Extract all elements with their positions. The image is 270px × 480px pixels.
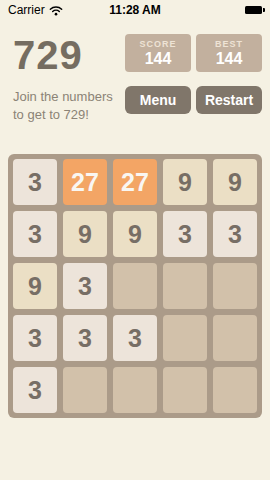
empty-cell — [213, 367, 257, 413]
tile-9: 9 — [13, 263, 57, 309]
menu-button[interactable]: Menu — [125, 86, 191, 114]
empty-cell — [213, 315, 257, 361]
tile-9: 9 — [163, 159, 207, 205]
empty-cell — [163, 263, 207, 309]
empty-cell — [63, 367, 107, 413]
empty-cell — [163, 367, 207, 413]
score-label: SCORE — [139, 39, 176, 49]
battery-icon — [245, 6, 262, 14]
tile-3: 3 — [63, 263, 107, 309]
subtitle: Join the numbers to get to 729! — [13, 88, 125, 124]
wifi-icon — [49, 5, 63, 16]
carrier-label: Carrier — [8, 3, 45, 17]
tile-9: 9 — [213, 159, 257, 205]
score-value: 144 — [145, 50, 172, 68]
tile-3: 3 — [13, 367, 57, 413]
tile-3: 3 — [63, 315, 107, 361]
restart-button[interactable]: Restart — [196, 86, 262, 114]
best-value: 144 — [216, 50, 243, 68]
status-bar: Carrier 11:28 AM — [0, 0, 270, 20]
header: 729 Join the numbers to get to 729! SCOR… — [0, 20, 270, 124]
tile-27: 27 — [63, 159, 107, 205]
game-board[interactable]: 327279939933933333 — [8, 154, 262, 418]
tile-27: 27 — [113, 159, 157, 205]
tile-3: 3 — [113, 315, 157, 361]
tile-3: 3 — [163, 211, 207, 257]
empty-cell — [163, 315, 207, 361]
best-label: BEST — [215, 39, 243, 49]
tile-3: 3 — [13, 315, 57, 361]
tile-3: 3 — [13, 159, 57, 205]
status-time: 11:28 AM — [93, 3, 178, 17]
best-box: BEST 144 — [196, 34, 262, 72]
tile-3: 3 — [13, 211, 57, 257]
tile-9: 9 — [63, 211, 107, 257]
tile-3: 3 — [213, 211, 257, 257]
empty-cell — [213, 263, 257, 309]
empty-cell — [113, 263, 157, 309]
empty-cell — [113, 367, 157, 413]
page-title: 729 — [13, 34, 125, 76]
tile-9: 9 — [113, 211, 157, 257]
score-box: SCORE 144 — [125, 34, 191, 72]
